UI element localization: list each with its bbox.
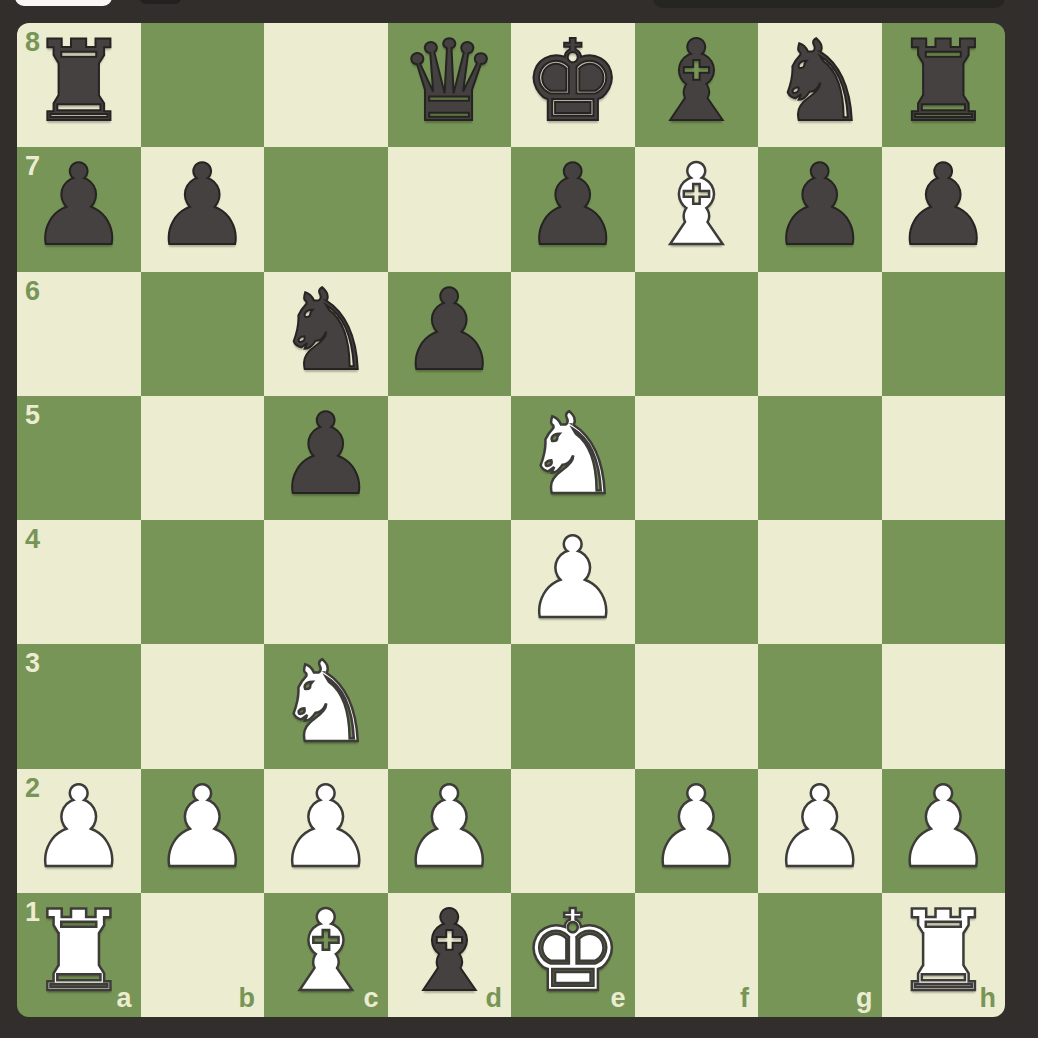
piece-white-rook[interactable]: ♜	[29, 895, 129, 1007]
square-g8[interactable]: ♞	[758, 23, 882, 147]
chess-app-screen: 8♜♛♚♝♞♜7♟♟♟♝♟♟6♞♟5♟♞4♟3♞2♟♟♟♟♟♟♟1a♜bc♝d♝…	[0, 0, 1038, 1038]
piece-white-pawn[interactable]: ♟	[399, 771, 499, 883]
piece-black-queen[interactable]: ♛	[399, 25, 499, 137]
piece-black-pawn[interactable]: ♟	[893, 149, 993, 261]
square-d4[interactable]	[388, 520, 512, 644]
rank-label-5: 5	[25, 402, 40, 429]
square-e3[interactable]	[511, 644, 635, 768]
square-g2[interactable]: ♟	[758, 769, 882, 893]
square-c8[interactable]	[264, 23, 388, 147]
square-d2[interactable]: ♟	[388, 769, 512, 893]
square-c6[interactable]: ♞	[264, 272, 388, 396]
square-d5[interactable]	[388, 396, 512, 520]
file-label-g: g	[856, 985, 873, 1012]
piece-white-knight[interactable]: ♞	[523, 398, 623, 510]
file-label-f: f	[740, 985, 749, 1012]
piece-black-bishop[interactable]: ♝	[646, 25, 746, 137]
square-f6[interactable]	[635, 272, 759, 396]
square-a5[interactable]: 5	[17, 396, 141, 520]
piece-black-pawn[interactable]: ♟	[29, 149, 129, 261]
square-g4[interactable]	[758, 520, 882, 644]
square-h7[interactable]: ♟	[882, 147, 1006, 271]
file-label-b: b	[239, 985, 256, 1012]
square-h1[interactable]: h♜	[882, 893, 1006, 1017]
piece-white-bishop[interactable]: ♝	[276, 895, 376, 1007]
square-g6[interactable]	[758, 272, 882, 396]
top-toolbar-chip[interactable]	[140, 0, 181, 4]
piece-black-knight[interactable]: ♞	[276, 274, 376, 386]
square-g1[interactable]: g	[758, 893, 882, 1017]
square-e6[interactable]	[511, 272, 635, 396]
square-f2[interactable]: ♟	[635, 769, 759, 893]
piece-white-pawn[interactable]: ♟	[893, 771, 993, 883]
square-a3[interactable]: 3	[17, 644, 141, 768]
square-h6[interactable]	[882, 272, 1006, 396]
square-c5[interactable]: ♟	[264, 396, 388, 520]
piece-black-rook[interactable]: ♜	[893, 25, 993, 137]
square-e1[interactable]: e♚	[511, 893, 635, 1017]
square-f3[interactable]	[635, 644, 759, 768]
square-a2[interactable]: 2♟	[17, 769, 141, 893]
piece-black-knight[interactable]: ♞	[770, 25, 870, 137]
square-g3[interactable]	[758, 644, 882, 768]
square-c4[interactable]	[264, 520, 388, 644]
piece-white-rook[interactable]: ♜	[893, 895, 993, 1007]
square-c2[interactable]: ♟	[264, 769, 388, 893]
square-h5[interactable]	[882, 396, 1006, 520]
piece-white-pawn[interactable]: ♟	[29, 771, 129, 883]
piece-white-pawn[interactable]: ♟	[646, 771, 746, 883]
square-f7[interactable]: ♝	[635, 147, 759, 271]
square-c7[interactable]	[264, 147, 388, 271]
square-b4[interactable]	[141, 520, 265, 644]
square-a4[interactable]: 4	[17, 520, 141, 644]
rank-label-3: 3	[25, 650, 40, 677]
piece-white-pawn[interactable]: ♟	[276, 771, 376, 883]
square-d6[interactable]: ♟	[388, 272, 512, 396]
piece-black-bishop[interactable]: ♝	[399, 895, 499, 1007]
rank-label-6: 6	[25, 278, 40, 305]
square-a7[interactable]: 7♟	[17, 147, 141, 271]
square-e7[interactable]: ♟	[511, 147, 635, 271]
chess-board: 8♜♛♚♝♞♜7♟♟♟♝♟♟6♞♟5♟♞4♟3♞2♟♟♟♟♟♟♟1a♜bc♝d♝…	[17, 23, 1005, 1017]
square-c3[interactable]: ♞	[264, 644, 388, 768]
square-f5[interactable]	[635, 396, 759, 520]
square-b8[interactable]	[141, 23, 265, 147]
piece-white-pawn[interactable]: ♟	[152, 771, 252, 883]
square-h2[interactable]: ♟	[882, 769, 1006, 893]
square-e2[interactable]	[511, 769, 635, 893]
square-a1[interactable]: 1a♜	[17, 893, 141, 1017]
piece-white-knight[interactable]: ♞	[276, 646, 376, 758]
square-b6[interactable]	[141, 272, 265, 396]
rank-label-4: 4	[25, 526, 40, 553]
piece-black-pawn[interactable]: ♟	[399, 274, 499, 386]
piece-black-pawn[interactable]: ♟	[276, 398, 376, 510]
square-h3[interactable]	[882, 644, 1006, 768]
piece-black-king[interactable]: ♚	[523, 25, 623, 137]
square-h4[interactable]	[882, 520, 1006, 644]
square-b2[interactable]: ♟	[141, 769, 265, 893]
square-g7[interactable]: ♟	[758, 147, 882, 271]
square-d8[interactable]: ♛	[388, 23, 512, 147]
square-b7[interactable]: ♟	[141, 147, 265, 271]
square-d3[interactable]	[388, 644, 512, 768]
square-f1[interactable]: f	[635, 893, 759, 1017]
square-g5[interactable]	[758, 396, 882, 520]
square-e8[interactable]: ♚	[511, 23, 635, 147]
piece-white-bishop[interactable]: ♝	[646, 149, 746, 261]
piece-white-pawn[interactable]: ♟	[770, 771, 870, 883]
square-f8[interactable]: ♝	[635, 23, 759, 147]
square-a6[interactable]: 6	[17, 272, 141, 396]
square-b5[interactable]	[141, 396, 265, 520]
piece-white-pawn[interactable]: ♟	[523, 522, 623, 634]
square-c1[interactable]: c♝	[264, 893, 388, 1017]
square-e4[interactable]: ♟	[511, 520, 635, 644]
square-e5[interactable]: ♞	[511, 396, 635, 520]
square-b1[interactable]: b	[141, 893, 265, 1017]
piece-black-pawn[interactable]: ♟	[523, 149, 623, 261]
top-left-tab-button[interactable]	[15, 0, 112, 6]
piece-black-pawn[interactable]: ♟	[152, 149, 252, 261]
piece-white-king[interactable]: ♚	[523, 895, 623, 1007]
square-d7[interactable]	[388, 147, 512, 271]
square-a8[interactable]: 8♜	[17, 23, 141, 147]
top-right-panel[interactable]	[653, 0, 1005, 8]
piece-black-pawn[interactable]: ♟	[770, 149, 870, 261]
square-h8[interactable]: ♜	[882, 23, 1006, 147]
piece-black-rook[interactable]: ♜	[29, 25, 129, 137]
square-f4[interactable]	[635, 520, 759, 644]
square-b3[interactable]	[141, 644, 265, 768]
square-d1[interactable]: d♝	[388, 893, 512, 1017]
